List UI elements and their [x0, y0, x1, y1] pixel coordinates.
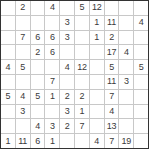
- cell-r6c8: 11: [105, 75, 119, 89]
- cell-r2c5: 3: [60, 16, 74, 30]
- cell-r6c4: 7: [45, 75, 59, 89]
- cell-r7c5: 2: [60, 90, 74, 104]
- cell-r6c3[interactable]: [31, 75, 45, 89]
- puzzle-board: 2451231114766312261744541255711354512273…: [0, 0, 149, 149]
- cell-r2c2[interactable]: [16, 16, 30, 30]
- cell-r5c7[interactable]: [90, 60, 104, 74]
- cell-r3c7: 1: [90, 31, 104, 45]
- cell-r8c8: 4: [105, 105, 119, 119]
- cell-r4c4: 6: [45, 45, 59, 59]
- cell-r6c6[interactable]: [75, 75, 89, 89]
- cell-r2c1[interactable]: [1, 16, 15, 30]
- cell-r3c4: 6: [45, 31, 59, 45]
- cell-r6c1[interactable]: [1, 75, 15, 89]
- cell-r8c4[interactable]: [45, 105, 59, 119]
- cell-r10c7: 4: [90, 134, 104, 148]
- cell-r9c4: 3: [45, 119, 59, 133]
- cell-r3c10[interactable]: [134, 31, 148, 45]
- cell-r5c4[interactable]: [45, 60, 59, 74]
- cell-r10c10[interactable]: [134, 134, 148, 148]
- cell-r1c3[interactable]: [31, 1, 45, 15]
- cell-r5c1: 4: [1, 60, 15, 74]
- cell-r5c5: 4: [60, 60, 74, 74]
- cell-r4c6[interactable]: [75, 45, 89, 59]
- cell-r2c10: 4: [134, 16, 148, 30]
- cell-r10c3: 6: [31, 134, 45, 148]
- cell-r6c7[interactable]: [90, 75, 104, 89]
- cell-r10c9: 19: [119, 134, 133, 148]
- cell-r4c5[interactable]: [60, 45, 74, 59]
- cell-r1c1[interactable]: [1, 1, 15, 15]
- cell-r9c8: 13: [105, 119, 119, 133]
- cell-r7c10[interactable]: [134, 90, 148, 104]
- cell-r9c9[interactable]: [119, 119, 133, 133]
- cell-r5c8: 5: [105, 60, 119, 74]
- cell-r7c6: 2: [75, 90, 89, 104]
- cell-r5c9[interactable]: [119, 60, 133, 74]
- cell-r1c8[interactable]: [105, 1, 119, 15]
- cell-r2c3[interactable]: [31, 16, 45, 30]
- cell-r2c9[interactable]: [119, 16, 133, 30]
- cell-r5c10: 5: [134, 60, 148, 74]
- cell-r8c1[interactable]: [1, 105, 15, 119]
- cell-r3c8: 2: [105, 31, 119, 45]
- cell-r8c9[interactable]: [119, 105, 133, 119]
- cell-r7c4: 1: [45, 90, 59, 104]
- cell-r8c10[interactable]: [134, 105, 148, 119]
- cell-r2c6[interactable]: [75, 16, 89, 30]
- cell-r4c2[interactable]: [16, 45, 30, 59]
- cell-r1c5[interactable]: [60, 1, 74, 15]
- cell-r2c7: 1: [90, 16, 104, 30]
- cell-r7c1: 5: [1, 90, 15, 104]
- cell-r3c3: 6: [31, 31, 45, 45]
- cell-r7c7[interactable]: [90, 90, 104, 104]
- cell-r1c10[interactable]: [134, 1, 148, 15]
- cell-r1c7: 12: [90, 1, 104, 15]
- cell-r6c5[interactable]: [60, 75, 74, 89]
- cell-r9c1[interactable]: [1, 119, 15, 133]
- cell-r9c7[interactable]: [90, 119, 104, 133]
- cell-r10c8: 7: [105, 134, 119, 148]
- cell-r8c6: 1: [75, 105, 89, 119]
- cell-r2c4[interactable]: [45, 16, 59, 30]
- cell-r6c2[interactable]: [16, 75, 30, 89]
- cell-r3c9[interactable]: [119, 31, 133, 45]
- cell-r4c10[interactable]: [134, 45, 148, 59]
- cell-r8c5: 3: [60, 105, 74, 119]
- cell-r2c8: 11: [105, 16, 119, 30]
- cell-r9c5: 2: [60, 119, 74, 133]
- cell-r9c6: 7: [75, 119, 89, 133]
- cell-r1c6: 5: [75, 1, 89, 15]
- cell-r10c6[interactable]: [75, 134, 89, 148]
- cell-r7c2: 4: [16, 90, 30, 104]
- cell-r1c2: 2: [16, 1, 30, 15]
- cell-r6c9: 3: [119, 75, 133, 89]
- cell-r4c3: 2: [31, 45, 45, 59]
- cell-r5c6: 12: [75, 60, 89, 74]
- cell-r5c3[interactable]: [31, 60, 45, 74]
- cell-r4c7[interactable]: [90, 45, 104, 59]
- cell-r6c10[interactable]: [134, 75, 148, 89]
- cell-r7c8: 7: [105, 90, 119, 104]
- cell-r8c2: 3: [16, 105, 30, 119]
- cell-r4c9: 4: [119, 45, 133, 59]
- cell-r10c2: 11: [16, 134, 30, 148]
- cell-r3c2: 7: [16, 31, 30, 45]
- cell-r10c5[interactable]: [60, 134, 74, 148]
- cell-r9c10[interactable]: [134, 119, 148, 133]
- cell-r10c1: 1: [1, 134, 15, 148]
- cell-r1c4: 4: [45, 1, 59, 15]
- cell-r10c4: 1: [45, 134, 59, 148]
- cell-r4c8: 17: [105, 45, 119, 59]
- cell-r8c7[interactable]: [90, 105, 104, 119]
- cell-r3c6[interactable]: [75, 31, 89, 45]
- cell-r4c1[interactable]: [1, 45, 15, 59]
- cell-r5c2: 5: [16, 60, 30, 74]
- cell-r1c9[interactable]: [119, 1, 133, 15]
- cell-r7c3: 5: [31, 90, 45, 104]
- cell-r3c5: 3: [60, 31, 74, 45]
- cell-r3c1[interactable]: [1, 31, 15, 45]
- cell-r9c3: 4: [31, 119, 45, 133]
- cell-r9c2[interactable]: [16, 119, 30, 133]
- cell-r7c9[interactable]: [119, 90, 133, 104]
- cell-r8c3[interactable]: [31, 105, 45, 119]
